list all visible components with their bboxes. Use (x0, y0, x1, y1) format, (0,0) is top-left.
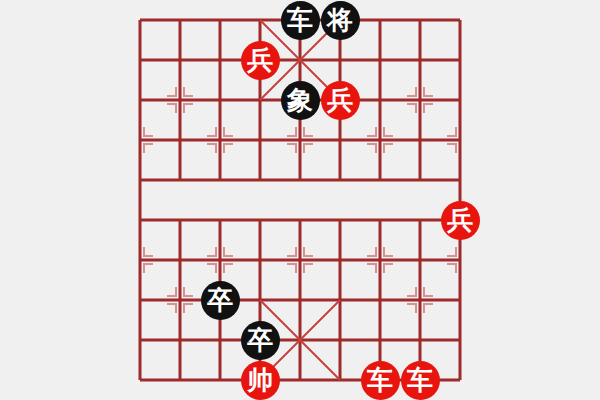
piece-red-soldier[interactable]: 兵 (241, 41, 280, 80)
piece-black-elephant[interactable]: 象 (281, 81, 320, 120)
piece-red-soldier[interactable]: 兵 (441, 201, 480, 240)
xiangqi-board: 车将兵象兵兵卒卒帅车车 (0, 0, 600, 400)
piece-black-soldier[interactable]: 卒 (201, 281, 240, 320)
piece-red-soldier[interactable]: 兵 (321, 81, 360, 120)
piece-black-chariot[interactable]: 车 (281, 1, 320, 40)
piece-red-chariot[interactable]: 车 (361, 361, 400, 400)
board-intersections: 车将兵象兵兵卒卒帅车车 (120, 0, 480, 400)
piece-black-soldier[interactable]: 卒 (241, 321, 280, 360)
piece-red-general[interactable]: 帅 (241, 361, 280, 400)
piece-black-general[interactable]: 将 (321, 1, 360, 40)
piece-red-chariot[interactable]: 车 (401, 361, 440, 400)
